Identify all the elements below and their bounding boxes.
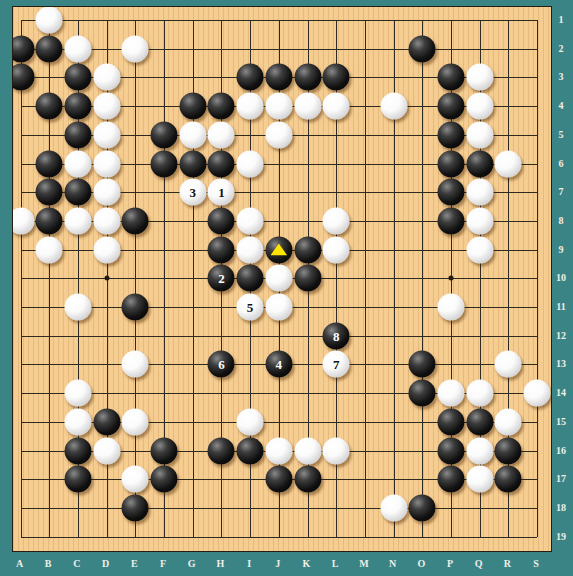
col-label-I: I (247, 558, 251, 569)
stone-black-H4[interactable] (208, 93, 235, 120)
grid-line-h (21, 508, 538, 509)
stone-white-Q4[interactable] (466, 93, 493, 120)
stone-black-L3[interactable] (323, 64, 350, 91)
stone-white-J16[interactable] (265, 437, 292, 464)
stone-white-D4[interactable] (93, 93, 120, 120)
stone-black-H16[interactable] (208, 437, 235, 464)
stone-white-K16[interactable] (294, 437, 321, 464)
stone-white-D6[interactable] (93, 150, 120, 177)
star-point-D10 (104, 276, 109, 281)
grid-line-h (21, 336, 538, 337)
move-number-7: 7 (333, 358, 340, 371)
stone-black-P4[interactable] (438, 93, 465, 120)
stone-black-J9[interactable] (265, 236, 292, 263)
stone-white-R6[interactable] (495, 150, 522, 177)
stone-black-P5[interactable] (438, 121, 465, 148)
row-label-12: 12 (556, 329, 566, 340)
row-label-9: 9 (559, 243, 564, 254)
row-label-1: 1 (559, 14, 564, 25)
col-label-J: J (275, 558, 280, 569)
stone-black-P6[interactable] (438, 150, 465, 177)
row-label-4: 4 (559, 100, 564, 111)
stone-black-H13[interactable]: 6 (208, 351, 235, 378)
stone-white-E17[interactable] (122, 466, 149, 493)
grid-line-v (365, 20, 366, 537)
stone-black-C4[interactable] (64, 93, 91, 120)
move-number-5: 5 (247, 301, 254, 314)
stone-black-B7[interactable] (36, 179, 63, 206)
stone-black-R17[interactable] (495, 466, 522, 493)
row-label-11: 11 (556, 301, 565, 312)
stone-white-Q14[interactable] (466, 380, 493, 407)
col-label-R: R (504, 558, 511, 569)
stone-black-F16[interactable] (151, 437, 178, 464)
stone-white-C11[interactable] (64, 294, 91, 321)
stone-black-P15[interactable] (438, 408, 465, 435)
stone-black-C7[interactable] (64, 179, 91, 206)
stone-white-C14[interactable] (64, 380, 91, 407)
stone-white-Q17[interactable] (466, 466, 493, 493)
stone-black-H10[interactable]: 2 (208, 265, 235, 292)
col-label-F: F (160, 558, 166, 569)
col-label-L: L (332, 558, 339, 569)
stone-black-H9[interactable] (208, 236, 235, 263)
stone-white-Q8[interactable] (466, 207, 493, 234)
row-label-10: 10 (556, 272, 566, 283)
stone-black-L12[interactable]: 8 (323, 322, 350, 349)
stone-black-K17[interactable] (294, 466, 321, 493)
stone-white-R13[interactable] (495, 351, 522, 378)
stone-black-C5[interactable] (64, 121, 91, 148)
col-label-H: H (217, 558, 225, 569)
star-point-P10 (449, 276, 454, 281)
stone-black-B6[interactable] (36, 150, 63, 177)
stone-white-L9[interactable] (323, 236, 350, 263)
stone-black-O18[interactable] (409, 494, 436, 521)
stone-white-B9[interactable] (36, 236, 63, 263)
stone-black-C16[interactable] (64, 437, 91, 464)
stone-white-I9[interactable] (237, 236, 264, 263)
stone-white-D16[interactable] (93, 437, 120, 464)
row-label-14: 14 (556, 387, 566, 398)
stone-white-B1[interactable] (36, 7, 63, 34)
grid-line-v (422, 20, 423, 537)
stone-black-O13[interactable] (409, 351, 436, 378)
stone-black-I16[interactable] (237, 437, 264, 464)
stone-white-C15[interactable] (64, 408, 91, 435)
stone-black-B4[interactable] (36, 93, 63, 120)
stone-white-A8[interactable] (12, 207, 34, 234)
stone-black-I10[interactable] (237, 265, 264, 292)
stone-black-F17[interactable] (151, 466, 178, 493)
col-label-N: N (389, 558, 396, 569)
row-label-6: 6 (559, 157, 564, 168)
col-label-A: A (16, 558, 23, 569)
row-label-17: 17 (556, 473, 566, 484)
stone-white-I8[interactable] (237, 207, 264, 234)
row-label-7: 7 (559, 186, 564, 197)
stone-white-J10[interactable] (265, 265, 292, 292)
stone-white-E15[interactable] (122, 408, 149, 435)
col-label-E: E (131, 558, 138, 569)
stone-white-N18[interactable] (380, 494, 407, 521)
col-label-S: S (533, 558, 539, 569)
move-number-8: 8 (333, 329, 340, 342)
stone-black-F5[interactable] (151, 121, 178, 148)
move-number-4: 4 (276, 358, 283, 371)
col-label-B: B (45, 558, 52, 569)
stone-black-B8[interactable] (36, 207, 63, 234)
stone-white-D3[interactable] (93, 64, 120, 91)
stone-black-A2[interactable] (12, 35, 34, 62)
stone-white-I6[interactable] (237, 150, 264, 177)
stone-black-G4[interactable] (179, 93, 206, 120)
stone-black-E11[interactable] (122, 294, 149, 321)
stone-black-C3[interactable] (64, 64, 91, 91)
col-label-G: G (188, 558, 196, 569)
move-number-6: 6 (218, 358, 225, 371)
stone-black-P17[interactable] (438, 466, 465, 493)
stone-black-E8[interactable] (122, 207, 149, 234)
move-number-1: 1 (218, 186, 225, 199)
stone-black-H8[interactable] (208, 207, 235, 234)
stone-white-I15[interactable] (237, 408, 264, 435)
stone-black-J3[interactable] (265, 64, 292, 91)
row-label-15: 15 (556, 415, 566, 426)
stone-black-P8[interactable] (438, 207, 465, 234)
stone-black-B2[interactable] (36, 35, 63, 62)
stone-white-E2[interactable] (122, 35, 149, 62)
col-label-P: P (447, 558, 453, 569)
col-label-M: M (359, 558, 368, 569)
stone-white-S14[interactable] (524, 380, 551, 407)
stone-white-G7[interactable]: 3 (179, 179, 206, 206)
stone-black-H6[interactable] (208, 150, 235, 177)
stone-white-J11[interactable] (265, 294, 292, 321)
col-label-K: K (303, 558, 311, 569)
stone-black-I3[interactable] (237, 64, 264, 91)
stone-white-K4[interactable] (294, 93, 321, 120)
stone-black-C17[interactable] (64, 466, 91, 493)
go-board[interactable]: 31258647 (12, 6, 552, 552)
row-label-8: 8 (559, 214, 564, 225)
stone-white-H5[interactable] (208, 121, 235, 148)
stone-white-P14[interactable] (438, 380, 465, 407)
stone-black-P7[interactable] (438, 179, 465, 206)
stone-white-H7[interactable]: 1 (208, 179, 235, 206)
stone-white-L13[interactable]: 7 (323, 351, 350, 378)
stone-white-D5[interactable] (93, 121, 120, 148)
stone-white-C2[interactable] (64, 35, 91, 62)
stone-black-J13[interactable]: 4 (265, 351, 292, 378)
col-label-C: C (73, 558, 80, 569)
stone-white-I11[interactable]: 5 (237, 294, 264, 321)
stone-white-Q16[interactable] (466, 437, 493, 464)
row-label-16: 16 (556, 444, 566, 455)
stone-white-G5[interactable] (179, 121, 206, 148)
stone-white-D8[interactable] (93, 207, 120, 234)
row-label-3: 3 (559, 71, 564, 82)
stone-black-Q6[interactable] (466, 150, 493, 177)
row-label-19: 19 (556, 530, 566, 541)
grid-line-v (537, 20, 538, 537)
stone-white-L16[interactable] (323, 437, 350, 464)
stone-white-C6[interactable] (64, 150, 91, 177)
grid-line-h (21, 537, 538, 538)
stone-white-J4[interactable] (265, 93, 292, 120)
stone-black-F6[interactable] (151, 150, 178, 177)
stone-white-R15[interactable] (495, 408, 522, 435)
stone-black-G6[interactable] (179, 150, 206, 177)
stone-black-A3[interactable] (12, 64, 34, 91)
move-number-3: 3 (189, 186, 196, 199)
col-label-D: D (102, 558, 109, 569)
stone-white-Q7[interactable] (466, 179, 493, 206)
stone-black-K9[interactable] (294, 236, 321, 263)
stone-white-Q9[interactable] (466, 236, 493, 263)
stone-white-N4[interactable] (380, 93, 407, 120)
stone-black-E18[interactable] (122, 494, 149, 521)
stone-black-P16[interactable] (438, 437, 465, 464)
stone-white-E13[interactable] (122, 351, 149, 378)
move-number-2: 2 (218, 272, 225, 285)
stone-black-J17[interactable] (265, 466, 292, 493)
stone-white-J5[interactable] (265, 121, 292, 148)
row-label-2: 2 (559, 42, 564, 53)
stone-black-K3[interactable] (294, 64, 321, 91)
row-label-5: 5 (559, 128, 564, 139)
col-label-Q: Q (475, 558, 483, 569)
stone-white-D7[interactable] (93, 179, 120, 206)
stone-white-L8[interactable] (323, 207, 350, 234)
stone-black-D15[interactable] (93, 408, 120, 435)
stone-black-O14[interactable] (409, 380, 436, 407)
stone-white-C8[interactable] (64, 207, 91, 234)
row-label-18: 18 (556, 501, 566, 512)
stone-white-Q3[interactable] (466, 64, 493, 91)
row-label-13: 13 (556, 358, 566, 369)
stone-black-R16[interactable] (495, 437, 522, 464)
stone-black-K10[interactable] (294, 265, 321, 292)
stone-white-D9[interactable] (93, 236, 120, 263)
stone-white-Q5[interactable] (466, 121, 493, 148)
stone-white-I4[interactable] (237, 93, 264, 120)
stone-black-Q15[interactable] (466, 408, 493, 435)
stone-black-P3[interactable] (438, 64, 465, 91)
stone-white-L4[interactable] (323, 93, 350, 120)
col-label-O: O (417, 558, 425, 569)
stone-black-O2[interactable] (409, 35, 436, 62)
stone-white-P11[interactable] (438, 294, 465, 321)
go-diagram-frame: 31258647 ABCDEFGHIJKLMNOPQRS 12345678910… (0, 0, 573, 576)
triangle-marker (270, 244, 287, 256)
